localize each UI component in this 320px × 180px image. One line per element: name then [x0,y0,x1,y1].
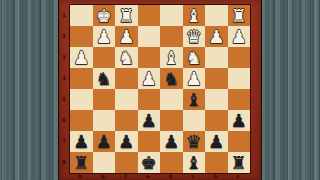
rank-label-1: 1 [60,12,68,19]
square-d3[interactable]: ♝ [160,47,183,68]
black-knight: ♞ [160,68,183,89]
background: ♚♜♝♜♟♟♛♟♟♟♞♝♞♞♟♞♟♝♟♟♟♟♟♟♛♟♜♚♝♜ 12345678h… [0,0,320,180]
square-h6[interactable] [70,110,93,131]
rank-label-7: 7 [60,138,68,145]
square-h5[interactable] [70,89,93,110]
square-f3[interactable]: ♞ [115,47,138,68]
black-pawn: ♟ [138,110,161,131]
black-pawn: ♟ [160,131,183,152]
square-e3[interactable] [138,47,161,68]
white-pawn: ♟ [93,26,116,47]
square-f2[interactable]: ♟ [115,26,138,47]
square-f1[interactable]: ♜ [115,5,138,26]
chess-board: ♚♜♝♜♟♟♛♟♟♟♞♝♞♞♟♞♟♝♟♟♟♟♟♟♛♟♜♚♝♜ [69,4,251,174]
white-pawn: ♟ [138,68,161,89]
square-d5[interactable] [160,89,183,110]
square-b6[interactable] [205,110,228,131]
square-c2[interactable]: ♛ [183,26,206,47]
square-g2[interactable]: ♟ [93,26,116,47]
square-a4[interactable] [228,68,251,89]
square-e1[interactable] [138,5,161,26]
white-pawn: ♟ [205,26,228,47]
square-g1[interactable]: ♚ [93,5,116,26]
square-c5[interactable]: ♝ [183,89,206,110]
white-pawn: ♟ [228,26,251,47]
file-label-e: e [137,173,160,180]
white-queen: ♛ [183,26,206,47]
black-knight: ♞ [93,68,116,89]
black-pawn: ♟ [115,131,138,152]
square-h2[interactable] [70,26,93,47]
square-f6[interactable] [115,110,138,131]
square-b7[interactable]: ♟ [205,131,228,152]
black-pawn: ♟ [70,131,93,152]
square-g7[interactable]: ♟ [93,131,116,152]
square-c1[interactable]: ♝ [183,5,206,26]
file-label-d: d [159,173,182,180]
file-label-f: f [114,173,137,180]
square-a8[interactable]: ♜ [228,152,251,173]
black-king: ♚ [138,152,161,173]
white-bishop: ♝ [160,47,183,68]
square-c3[interactable]: ♞ [183,47,206,68]
square-c4[interactable]: ♟ [183,68,206,89]
rank-label-4: 4 [60,75,68,82]
square-g8[interactable] [93,152,116,173]
square-g3[interactable] [93,47,116,68]
chess-board-frame: ♚♜♝♜♟♟♛♟♟♟♞♝♞♞♟♞♟♝♟♟♟♟♟♟♛♟♜♚♝♜ 12345678h… [58,0,262,180]
black-queen: ♛ [183,131,206,152]
rank-label-8: 8 [60,159,68,166]
white-pawn: ♟ [70,47,93,68]
white-knight: ♞ [183,47,206,68]
square-g4[interactable]: ♞ [93,68,116,89]
square-e7[interactable] [138,131,161,152]
black-bishop: ♝ [183,89,206,110]
square-c6[interactable] [183,110,206,131]
square-f8[interactable] [115,152,138,173]
square-e8[interactable]: ♚ [138,152,161,173]
black-rook: ♜ [228,152,251,173]
white-knight: ♞ [115,47,138,68]
square-a3[interactable] [228,47,251,68]
black-rook: ♜ [70,152,93,173]
square-h3[interactable]: ♟ [70,47,93,68]
black-pawn: ♟ [228,110,251,131]
square-d7[interactable]: ♟ [160,131,183,152]
square-e6[interactable]: ♟ [138,110,161,131]
white-bishop: ♝ [183,5,206,26]
black-pawn: ♟ [93,131,116,152]
square-d6[interactable] [160,110,183,131]
square-a5[interactable] [228,89,251,110]
square-h1[interactable] [70,5,93,26]
square-a1[interactable]: ♜ [228,5,251,26]
white-pawn: ♟ [183,68,206,89]
square-d1[interactable] [160,5,183,26]
white-king: ♚ [93,5,116,26]
file-label-c: c [182,173,205,180]
square-f7[interactable]: ♟ [115,131,138,152]
square-a6[interactable]: ♟ [228,110,251,131]
square-c8[interactable]: ♝ [183,152,206,173]
file-label-a: a [227,173,250,180]
square-g6[interactable] [93,110,116,131]
square-b5[interactable] [205,89,228,110]
square-f4[interactable] [115,68,138,89]
square-e2[interactable] [138,26,161,47]
square-b3[interactable] [205,47,228,68]
square-e5[interactable] [138,89,161,110]
rank-label-2: 2 [60,33,68,40]
square-b8[interactable] [205,152,228,173]
white-rook: ♜ [115,5,138,26]
square-d2[interactable] [160,26,183,47]
square-b2[interactable]: ♟ [205,26,228,47]
square-c7[interactable]: ♛ [183,131,206,152]
rank-label-5: 5 [60,96,68,103]
file-label-h: h [69,173,92,180]
square-g5[interactable] [93,89,116,110]
square-h7[interactable]: ♟ [70,131,93,152]
square-b1[interactable] [205,5,228,26]
black-bishop: ♝ [183,152,206,173]
white-rook: ♜ [228,5,251,26]
white-pawn: ♟ [115,26,138,47]
square-e4[interactable]: ♟ [138,68,161,89]
square-d8[interactable] [160,152,183,173]
black-pawn: ♟ [205,131,228,152]
file-label-g: g [92,173,115,180]
square-b4[interactable] [205,68,228,89]
square-f5[interactable] [115,89,138,110]
square-d4[interactable]: ♞ [160,68,183,89]
square-h8[interactable]: ♜ [70,152,93,173]
square-a7[interactable] [228,131,251,152]
square-a2[interactable]: ♟ [228,26,251,47]
rank-label-6: 6 [60,117,68,124]
rank-label-3: 3 [60,54,68,61]
square-h4[interactable] [70,68,93,89]
file-label-b: b [204,173,227,180]
